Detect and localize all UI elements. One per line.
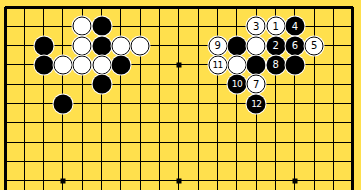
white-stone: [73, 17, 92, 36]
grid-hline: [247, 122, 266, 123]
white-stone-move-1: 1: [266, 17, 285, 36]
intersection: [73, 94, 92, 113]
black-stone-move-10: 10: [227, 75, 246, 94]
grid-hline: [343, 26, 353, 27]
grid-hline: [169, 142, 188, 143]
intersection: [15, 171, 34, 190]
grid-hline: [266, 84, 285, 85]
grid-hline: [208, 122, 227, 123]
intersection: [0, 75, 15, 94]
intersection: [150, 171, 169, 190]
intersection: [266, 152, 285, 171]
grid-hline: [305, 6, 324, 9]
intersection: [53, 133, 72, 152]
grid-hline: [53, 26, 72, 27]
black-stone-move-4: 4: [285, 17, 304, 36]
intersection: [15, 133, 34, 152]
white-stone-move-3: 3: [247, 17, 266, 36]
intersection: [0, 36, 15, 55]
intersection: [169, 55, 188, 74]
star-point: [176, 178, 181, 183]
grid-hline: [53, 84, 72, 85]
intersection: [53, 36, 72, 55]
intersection: [208, 75, 227, 94]
white-stone-move-7: 7: [247, 75, 266, 94]
intersection: [34, 17, 53, 36]
grid-hline: [324, 64, 343, 65]
grid-hline: [343, 6, 353, 9]
intersection: [34, 36, 53, 55]
move-number: 5: [311, 41, 317, 51]
grid-hline: [305, 122, 324, 123]
grid-hline: [15, 84, 34, 85]
grid-hline: [343, 45, 353, 46]
grid-hline: [150, 45, 169, 46]
grid-hline: [5, 103, 15, 104]
intersection: [53, 75, 72, 94]
intersection: [34, 75, 53, 94]
grid-hline: [131, 142, 150, 143]
grid-hline: [5, 26, 15, 27]
black-stone: [285, 55, 304, 74]
grid-hline: [324, 161, 343, 162]
grid-hline: [53, 142, 72, 143]
black-stone-move-8: 8: [266, 55, 285, 74]
black-stone: [247, 55, 266, 74]
grid-hline: [15, 26, 34, 27]
grid-hline: [131, 64, 150, 65]
intersection: [150, 36, 169, 55]
grid-hline: [285, 6, 304, 9]
intersection: [247, 133, 266, 152]
white-stone: [131, 36, 150, 55]
intersection: [0, 17, 15, 36]
black-stone: [92, 75, 111, 94]
grid-hline: [324, 6, 343, 9]
intersection: [266, 133, 285, 152]
grid-hline: [266, 142, 285, 143]
grid-hline: [266, 6, 285, 9]
grid-hline: [131, 180, 150, 181]
intersection: [343, 75, 361, 94]
grid-hline: [169, 103, 188, 104]
grid-hline: [111, 161, 130, 162]
grid-hline: [15, 45, 34, 46]
intersection: [131, 17, 150, 36]
intersection: [150, 113, 169, 132]
grid-hline: [266, 103, 285, 104]
grid-hline: [34, 161, 53, 162]
grid-hline: [285, 142, 304, 143]
intersection: [73, 36, 92, 55]
intersection: [285, 171, 304, 190]
grid-hline: [73, 84, 92, 85]
grid-hline: [5, 84, 15, 85]
grid-hline: [15, 6, 34, 9]
intersection: [285, 152, 304, 171]
grid-hline: [73, 161, 92, 162]
intersection: [131, 55, 150, 74]
intersection: [208, 171, 227, 190]
intersection: [73, 17, 92, 36]
move-number: 7: [253, 79, 259, 89]
intersection: [285, 55, 304, 74]
grid-hline: [266, 180, 285, 181]
intersection: [208, 113, 227, 132]
intersection: [305, 55, 324, 74]
grid-hline: [150, 122, 169, 123]
intersection: [169, 94, 188, 113]
grid-hline: [111, 84, 130, 85]
intersection: [247, 113, 266, 132]
grid-hline: [227, 6, 246, 9]
grid-hline: [324, 142, 343, 143]
grid-hline: [189, 142, 208, 143]
grid-hline: [111, 26, 130, 27]
grid-hline: [150, 103, 169, 104]
grid-hline: [92, 180, 111, 181]
black-stone: [92, 36, 111, 55]
grid-hline: [227, 161, 246, 162]
intersection: 11: [208, 55, 227, 74]
grid-hline: [131, 84, 150, 85]
grid-hline: [189, 6, 208, 9]
intersection: [208, 17, 227, 36]
intersection: [34, 0, 53, 17]
grid-hline: [343, 64, 353, 65]
intersection: [169, 133, 188, 152]
move-number: 3: [253, 21, 259, 31]
grid-hline: [208, 84, 227, 85]
intersection: [324, 17, 343, 36]
intersection: [92, 75, 111, 94]
grid-hline: [131, 161, 150, 162]
intersection: [343, 55, 361, 74]
grid-hline: [34, 6, 53, 9]
intersection: [189, 94, 208, 113]
grid-hline: [15, 142, 34, 143]
intersection: [305, 17, 324, 36]
intersection: [324, 152, 343, 171]
grid-hline: [285, 161, 304, 162]
grid-hline: [34, 142, 53, 143]
intersection: [111, 152, 130, 171]
intersection: [169, 171, 188, 190]
grid-hline: [343, 180, 353, 181]
move-number: 6: [292, 41, 298, 51]
intersection: [150, 133, 169, 152]
grid-hline: [34, 122, 53, 123]
grid-hline: [305, 180, 324, 181]
grid-hline: [5, 64, 15, 65]
white-stone: [92, 55, 111, 74]
grid-hline: [111, 6, 130, 9]
intersection: 5: [305, 36, 324, 55]
intersection: [305, 171, 324, 190]
white-stone-move-5: 5: [305, 36, 324, 55]
intersection: [73, 152, 92, 171]
intersection: [15, 17, 34, 36]
intersection: [92, 55, 111, 74]
intersection: [73, 113, 92, 132]
intersection: [305, 152, 324, 171]
grid-hline: [247, 161, 266, 162]
grid-hline: [111, 122, 130, 123]
intersection: [189, 75, 208, 94]
intersection: [247, 36, 266, 55]
intersection: [53, 113, 72, 132]
grid-hline: [189, 103, 208, 104]
intersection: [324, 113, 343, 132]
grid-hline: [227, 26, 246, 27]
intersection: 9: [208, 36, 227, 55]
grid-hline: [15, 122, 34, 123]
intersection: [34, 152, 53, 171]
grid-hline: [131, 26, 150, 27]
grid-hline: [208, 161, 227, 162]
grid-hline: [189, 180, 208, 181]
black-stone-move-2: 2: [266, 36, 285, 55]
black-stone: [34, 36, 53, 55]
move-number: 4: [292, 21, 298, 31]
intersection: [150, 75, 169, 94]
grid-hline: [189, 64, 208, 65]
intersection: [189, 17, 208, 36]
grid-hline: [343, 103, 353, 104]
grid-hline: [189, 84, 208, 85]
intersection: [15, 152, 34, 171]
grid-hline: [34, 84, 53, 85]
intersection: [111, 0, 130, 17]
intersection: [92, 113, 111, 132]
grid-hline: [92, 122, 111, 123]
grid-hline: [169, 84, 188, 85]
intersection: [266, 171, 285, 190]
intersection: [53, 17, 72, 36]
intersection: 2: [266, 36, 285, 55]
grid-hline: [324, 103, 343, 104]
intersection: [324, 55, 343, 74]
intersection: [34, 113, 53, 132]
intersection: [169, 113, 188, 132]
intersection: [131, 152, 150, 171]
intersection: [189, 133, 208, 152]
grid-hline: [53, 45, 72, 46]
intersection: [208, 0, 227, 17]
intersection: [131, 113, 150, 132]
intersection: [73, 171, 92, 190]
intersection: [73, 0, 92, 17]
black-stone: [53, 94, 72, 113]
grid-hline: [266, 161, 285, 162]
grid-hline: [150, 6, 169, 9]
grid-hline: [189, 26, 208, 27]
move-number: 2: [272, 41, 278, 51]
intersection: [227, 113, 246, 132]
intersection: 8: [266, 55, 285, 74]
intersection: [92, 17, 111, 36]
grid-hline: [111, 103, 130, 104]
intersection: [169, 17, 188, 36]
white-stone: [227, 55, 246, 74]
grid-hline: [285, 122, 304, 123]
intersection: [131, 171, 150, 190]
intersection: [247, 171, 266, 190]
grid-hline: [189, 122, 208, 123]
grid-hline: [5, 142, 15, 143]
intersection: [0, 171, 15, 190]
intersection: [266, 75, 285, 94]
grid-hline: [92, 6, 111, 9]
intersection: [343, 36, 361, 55]
white-stone: [73, 55, 92, 74]
intersection: [343, 17, 361, 36]
grid-hline: [111, 142, 130, 143]
grid-hline: [305, 26, 324, 27]
black-stone: [92, 17, 111, 36]
intersection: [305, 0, 324, 17]
intersection: [343, 171, 361, 190]
grid-hline: [15, 161, 34, 162]
grid-hline: [73, 122, 92, 123]
grid-hline: [227, 180, 246, 181]
grid-hline: [208, 103, 227, 104]
grid-hline: [208, 180, 227, 181]
intersection: [169, 75, 188, 94]
intersection: [150, 17, 169, 36]
intersection: [189, 152, 208, 171]
grid-hline: [34, 180, 53, 181]
intersection: [53, 94, 72, 113]
grid-hline: [343, 142, 353, 143]
grid-hline: [73, 6, 92, 9]
grid-hline: [285, 84, 304, 85]
intersection: [73, 75, 92, 94]
intersection: [150, 0, 169, 17]
grid-hline: [305, 103, 324, 104]
intersection: [15, 113, 34, 132]
intersection: [305, 75, 324, 94]
intersection: 7: [247, 75, 266, 94]
grid-hline: [266, 122, 285, 123]
black-stone: [34, 55, 53, 74]
grid-hline: [53, 6, 72, 9]
intersection: [266, 94, 285, 113]
grid-hline: [5, 45, 15, 46]
intersection: [15, 36, 34, 55]
intersection: [92, 133, 111, 152]
intersection: [189, 55, 208, 74]
grid-hline: [92, 161, 111, 162]
grid-hline: [227, 103, 246, 104]
star-point: [292, 178, 297, 183]
white-stone: [53, 55, 72, 74]
intersection: [305, 113, 324, 132]
grid-hline: [150, 161, 169, 162]
intersection: [227, 94, 246, 113]
intersection: [285, 75, 304, 94]
grid-hline: [247, 180, 266, 181]
intersection: [92, 152, 111, 171]
intersection: [169, 152, 188, 171]
intersection: [15, 75, 34, 94]
grid-hline: [247, 6, 266, 9]
grid-hline: [53, 161, 72, 162]
grid-hline: [189, 161, 208, 162]
grid-hline: [34, 103, 53, 104]
intersection: [0, 113, 15, 132]
intersection: [34, 94, 53, 113]
intersection: 6: [285, 36, 304, 55]
intersection: [111, 171, 130, 190]
board-grid: 314926511810712: [0, 0, 361, 190]
grid-hline: [169, 45, 188, 46]
intersection: [247, 55, 266, 74]
intersection: [111, 133, 130, 152]
intersection: [0, 152, 15, 171]
intersection: [343, 152, 361, 171]
move-number: 1: [272, 21, 278, 31]
intersection: [34, 171, 53, 190]
intersection: [131, 75, 150, 94]
intersection: [92, 0, 111, 17]
intersection: [305, 94, 324, 113]
intersection: [285, 133, 304, 152]
intersection: [131, 94, 150, 113]
intersection: [131, 133, 150, 152]
black-stone-move-6: 6: [285, 36, 304, 55]
intersection: [324, 75, 343, 94]
intersection: [150, 152, 169, 171]
intersection: [34, 55, 53, 74]
star-point: [176, 62, 181, 67]
grid-hline: [208, 142, 227, 143]
intersection: [247, 152, 266, 171]
intersection: [343, 94, 361, 113]
intersection: [0, 94, 15, 113]
intersection: [324, 36, 343, 55]
intersection: [111, 94, 130, 113]
intersection: [111, 113, 130, 132]
move-number: 11: [212, 60, 222, 69]
intersection: [111, 55, 130, 74]
intersection: [111, 36, 130, 55]
go-board: 314926511810712: [0, 0, 361, 190]
intersection: [73, 55, 92, 74]
intersection: 4: [285, 17, 304, 36]
grid-hline: [227, 142, 246, 143]
intersection: [208, 133, 227, 152]
intersection: [169, 36, 188, 55]
grid-hline: [15, 180, 34, 181]
grid-hline: [305, 64, 324, 65]
grid-hline: [324, 84, 343, 85]
intersection: 12: [247, 94, 266, 113]
intersection: [227, 152, 246, 171]
intersection: [34, 133, 53, 152]
grid-hline: [227, 122, 246, 123]
white-stone-move-11: 11: [208, 55, 227, 74]
intersection: [227, 133, 246, 152]
intersection: [305, 133, 324, 152]
intersection: [92, 36, 111, 55]
grid-hline: [150, 84, 169, 85]
grid-hline: [324, 26, 343, 27]
grid-hline: [305, 84, 324, 85]
intersection: [285, 94, 304, 113]
white-stone: [247, 36, 266, 55]
white-stone: [73, 36, 92, 55]
